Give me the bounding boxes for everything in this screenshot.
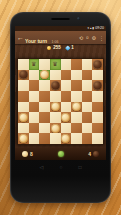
white-piece[interactable] bbox=[61, 113, 70, 122]
cell-r2c5[interactable] bbox=[61, 70, 72, 81]
cell-r5c7[interactable] bbox=[82, 102, 93, 113]
cell-r8c2[interactable] bbox=[29, 133, 40, 144]
cell-r7c1[interactable] bbox=[18, 123, 29, 134]
cell-r4c7[interactable] bbox=[82, 91, 93, 102]
cell-r3c8[interactable] bbox=[92, 80, 103, 91]
overflow-menu-icon[interactable]: ⋮ bbox=[99, 35, 104, 41]
promotion-crown-icon: ♛ bbox=[52, 61, 57, 67]
coin-count: 255 bbox=[53, 45, 61, 50]
promotion-crown-icon: ♛ bbox=[31, 61, 36, 67]
cell-r2c8[interactable] bbox=[92, 70, 103, 81]
cell-r8c7[interactable] bbox=[82, 133, 93, 144]
cell-r6c2[interactable] bbox=[29, 112, 40, 123]
cell-r4c2[interactable] bbox=[29, 91, 40, 102]
white-checker-icon bbox=[22, 151, 28, 157]
cell-r3c1[interactable] bbox=[18, 80, 29, 91]
black-piece[interactable] bbox=[93, 81, 102, 90]
cell-r5c8[interactable] bbox=[92, 102, 103, 113]
cell-r6c1[interactable] bbox=[18, 112, 29, 123]
cell-r3c6[interactable] bbox=[71, 80, 82, 91]
nav-back-icon[interactable]: ◁ bbox=[40, 164, 44, 170]
app-bar: ← Your turn 1:06 ⟲ 0 ⚙ ⋮ bbox=[15, 31, 106, 44]
board: ♛♛ bbox=[17, 58, 104, 145]
page-title: Your turn bbox=[25, 38, 47, 44]
wifi-icon: ▾ bbox=[88, 26, 90, 31]
cell-r8c4[interactable] bbox=[50, 133, 61, 144]
white-piece[interactable] bbox=[51, 102, 60, 111]
cell-r3c3[interactable] bbox=[39, 80, 50, 91]
cell-r7c5[interactable] bbox=[61, 123, 72, 134]
white-piece[interactable] bbox=[61, 134, 70, 143]
cell-r3c7[interactable] bbox=[82, 80, 93, 91]
cell-r7c2[interactable] bbox=[29, 123, 40, 134]
white-captures-count: 8 bbox=[30, 151, 33, 157]
phone-frame: ▾ ▴ ▮ 09:20 ← Your turn 1:06 ⟲ 0 ⚙ ⋮ 255… bbox=[10, 12, 111, 203]
black-piece[interactable] bbox=[19, 70, 28, 79]
score-bar: 8 4 bbox=[15, 148, 106, 160]
cell-r5c6[interactable] bbox=[71, 102, 82, 113]
cell-r3c2[interactable] bbox=[29, 80, 40, 91]
cell-r6c8[interactable] bbox=[92, 112, 103, 123]
board-area: ♛♛ bbox=[15, 51, 106, 148]
cell-r2c3[interactable] bbox=[39, 70, 50, 81]
cell-r6c5[interactable] bbox=[61, 112, 72, 123]
cell-r7c8[interactable] bbox=[92, 123, 103, 134]
cell-r3c5[interactable] bbox=[61, 80, 72, 91]
cell-r8c5[interactable] bbox=[61, 133, 72, 144]
gem-count: 1 bbox=[71, 45, 74, 50]
phone-camera bbox=[77, 17, 80, 20]
app-screen: ▾ ▴ ▮ 09:20 ← Your turn 1:06 ⟲ 0 ⚙ ⋮ 255… bbox=[15, 26, 106, 160]
cell-r4c6[interactable] bbox=[71, 91, 82, 102]
cell-r2c6[interactable] bbox=[71, 70, 82, 81]
nav-home-icon[interactable]: ○ bbox=[59, 164, 62, 170]
signal-icon: ▴ bbox=[90, 26, 92, 31]
cell-r8c3[interactable] bbox=[39, 133, 50, 144]
cell-r4c8[interactable] bbox=[92, 91, 103, 102]
phone-speaker bbox=[51, 18, 70, 20]
white-piece[interactable] bbox=[19, 113, 28, 122]
status-time: 09:20 bbox=[95, 26, 104, 31]
cell-r1c4[interactable]: ♛ bbox=[50, 59, 61, 70]
white-piece[interactable] bbox=[19, 134, 28, 143]
cell-r1c5[interactable] bbox=[61, 59, 72, 70]
cell-r1c3[interactable] bbox=[39, 59, 50, 70]
black-piece[interactable] bbox=[93, 60, 102, 69]
cell-r2c2[interactable] bbox=[29, 70, 40, 81]
gem-icon[interactable] bbox=[65, 45, 70, 50]
cell-r4c1[interactable] bbox=[18, 91, 29, 102]
cell-r3c4[interactable] bbox=[50, 80, 61, 91]
cell-r4c4[interactable] bbox=[50, 91, 61, 102]
coin-icon[interactable] bbox=[47, 46, 51, 50]
cell-r8c6[interactable] bbox=[71, 133, 82, 144]
cell-r6c4[interactable] bbox=[50, 112, 61, 123]
cell-r6c6[interactable] bbox=[71, 112, 82, 123]
cell-r1c6[interactable] bbox=[71, 59, 82, 70]
cell-r1c1[interactable] bbox=[18, 59, 29, 70]
turn-timer: 1:06 bbox=[52, 40, 59, 44]
app-bar-icons: ⟲ 0 ⚙ ⋮ bbox=[79, 35, 104, 41]
cell-r8c1[interactable] bbox=[18, 133, 29, 144]
cell-r1c2[interactable]: ♛ bbox=[29, 59, 40, 70]
titles: Your turn 1:06 bbox=[25, 29, 79, 47]
cell-r5c3[interactable] bbox=[39, 102, 50, 113]
android-nav-bar: ◁ ○ □ bbox=[10, 164, 111, 170]
black-checker-icon bbox=[93, 151, 99, 157]
cell-r5c1[interactable] bbox=[18, 102, 29, 113]
cell-r7c7[interactable] bbox=[82, 123, 93, 134]
turn-clock-icon bbox=[58, 151, 64, 157]
settings-gear-icon[interactable]: ⚙ bbox=[92, 35, 96, 41]
cell-r2c7[interactable] bbox=[82, 70, 93, 81]
cell-r2c4[interactable] bbox=[50, 70, 61, 81]
battery-icon: ▮ bbox=[93, 26, 95, 31]
cell-r5c4[interactable] bbox=[50, 102, 61, 113]
cell-r6c7[interactable] bbox=[82, 112, 93, 123]
undo-icon[interactable]: ⟲ bbox=[79, 35, 83, 41]
cell-r1c7[interactable] bbox=[82, 59, 93, 70]
cell-r4c3[interactable] bbox=[39, 91, 50, 102]
cell-r4c5[interactable] bbox=[61, 91, 72, 102]
cell-r5c5[interactable] bbox=[61, 102, 72, 113]
cell-r8c8[interactable] bbox=[92, 133, 103, 144]
black-captures-count: 4 bbox=[88, 151, 91, 157]
back-arrow-icon[interactable]: ← bbox=[17, 31, 25, 44]
cell-r6c3[interactable] bbox=[39, 112, 50, 123]
cell-r7c3[interactable] bbox=[39, 123, 50, 134]
white-piece[interactable] bbox=[40, 70, 49, 79]
cell-r2c1[interactable] bbox=[18, 70, 29, 81]
cell-r7c4[interactable] bbox=[50, 123, 61, 134]
white-player-score: 8 bbox=[22, 151, 33, 157]
cell-r5c2[interactable] bbox=[29, 102, 40, 113]
cell-r7c6[interactable] bbox=[71, 123, 82, 134]
white-piece[interactable] bbox=[51, 124, 60, 133]
nav-recents-icon[interactable]: □ bbox=[78, 164, 81, 170]
black-player-score: 4 bbox=[88, 151, 99, 157]
hint-count[interactable]: 0 bbox=[86, 35, 88, 40]
white-piece[interactable] bbox=[72, 102, 81, 111]
cell-r1c8[interactable] bbox=[92, 59, 103, 70]
black-piece[interactable] bbox=[51, 81, 60, 90]
